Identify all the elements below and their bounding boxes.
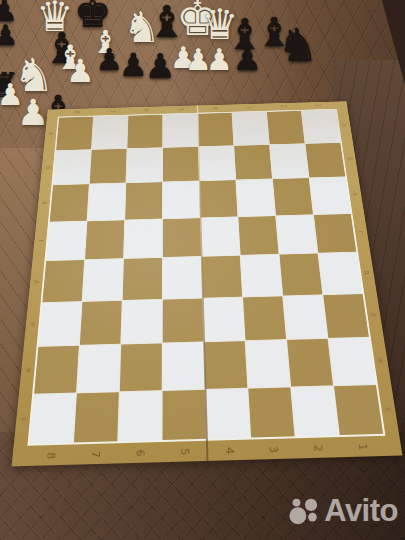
playing-area xyxy=(27,109,385,446)
dark-square xyxy=(50,184,89,221)
dark-square xyxy=(234,145,272,180)
dark-square xyxy=(273,178,313,215)
dark-square xyxy=(204,341,247,388)
light-square xyxy=(199,146,236,181)
light-square xyxy=(83,259,124,301)
light-square xyxy=(232,112,269,145)
piece-white-pawn: ♟ xyxy=(17,95,49,131)
light-square xyxy=(118,391,161,442)
dark-square xyxy=(56,117,93,150)
dark-square xyxy=(163,389,206,440)
avito-watermark-text: Avito xyxy=(324,493,398,529)
light-square xyxy=(77,345,120,392)
light-square xyxy=(283,295,327,339)
light-square xyxy=(203,297,245,341)
light-square xyxy=(92,116,128,149)
dark-square xyxy=(85,220,124,259)
piece-black-pawn: ♟ xyxy=(0,22,18,50)
dark-square xyxy=(127,115,162,148)
dark-square xyxy=(125,182,162,219)
dark-square xyxy=(243,296,286,340)
light-square xyxy=(241,255,283,297)
light-square xyxy=(53,150,91,185)
dark-square xyxy=(198,113,234,146)
light-square xyxy=(121,299,162,343)
dark-square xyxy=(42,260,84,302)
avito-watermark: Avito xyxy=(289,493,398,529)
dark-square xyxy=(323,294,369,338)
piece-black-knight: ♞ xyxy=(277,22,318,68)
dark-square xyxy=(238,216,278,255)
light-square xyxy=(302,110,341,143)
dark-square xyxy=(305,143,345,178)
dark-square xyxy=(248,387,294,438)
piece-white-knight: ♞ xyxy=(123,7,161,49)
dark-square xyxy=(267,111,305,144)
light-square xyxy=(205,388,250,439)
piece-black-pawn: ♟ xyxy=(145,49,175,83)
light-square xyxy=(87,183,125,220)
light-square xyxy=(30,393,76,444)
dark-square xyxy=(80,300,122,344)
light-square xyxy=(318,252,362,294)
light-square xyxy=(46,221,86,260)
light-square xyxy=(126,148,162,183)
dark-square xyxy=(90,149,127,184)
light-square xyxy=(163,342,205,389)
dark-square xyxy=(163,147,199,182)
dark-square xyxy=(74,392,119,443)
piece-white-pawn: ♟ xyxy=(206,45,233,75)
light-square xyxy=(276,215,317,254)
board-grid xyxy=(30,110,384,444)
piece-white-pawn: ♟ xyxy=(66,55,95,87)
light-square xyxy=(201,217,240,256)
chessboard: 87654321 87654321 абвгдежз абвгдежз xyxy=(12,101,403,466)
light-square xyxy=(291,386,339,436)
dark-square xyxy=(120,343,162,390)
dark-square xyxy=(334,385,383,435)
light-square xyxy=(246,340,291,387)
light-square xyxy=(163,181,200,218)
light-square xyxy=(124,219,162,258)
piece-black-pawn: ♟ xyxy=(233,43,262,75)
light-square xyxy=(328,338,375,385)
dark-square xyxy=(34,346,79,393)
listing-photo: ♟♟♜♛♚♞♝♝♝♟♟♟♝♟♟♞♝♟♟♚♟♛♟♝♟♝♞ 87654321 876… xyxy=(0,0,405,540)
board-scene: 87654321 87654321 абвгдежз абвгдежз xyxy=(3,134,403,467)
dark-square xyxy=(163,218,201,257)
light-square xyxy=(270,144,309,179)
light-square xyxy=(236,179,275,216)
dark-square xyxy=(280,254,323,296)
piece-black-pawn: ♟ xyxy=(119,49,148,81)
light-square xyxy=(163,257,202,299)
avito-logo-icon xyxy=(289,496,319,526)
light-square xyxy=(38,302,81,346)
dark-square xyxy=(163,298,203,342)
dark-square xyxy=(200,180,238,217)
light-square xyxy=(310,177,351,214)
dark-square xyxy=(202,256,242,298)
light-square xyxy=(163,114,198,147)
dark-square xyxy=(314,214,356,253)
dark-square xyxy=(287,339,333,386)
dark-square xyxy=(123,258,162,300)
